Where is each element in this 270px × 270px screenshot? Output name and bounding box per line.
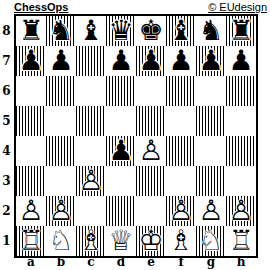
square-f2[interactable]: ♟♙ — [166, 196, 196, 226]
square-g1[interactable]: ♞♘ — [196, 226, 226, 256]
square-a3[interactable] — [16, 166, 46, 196]
white-piece-d1: ♕ — [106, 226, 136, 256]
square-d3[interactable] — [106, 166, 136, 196]
file-label-g: g — [196, 256, 226, 269]
white-r-piece-fill: ♜ — [226, 226, 256, 256]
square-f3[interactable] — [166, 166, 196, 196]
square-g6[interactable] — [196, 76, 226, 106]
square-c7[interactable] — [76, 46, 106, 76]
square-f6[interactable] — [166, 76, 196, 106]
white-n-piece-fill: ♞ — [46, 226, 76, 256]
black-piece-b7: ♟ — [46, 46, 76, 76]
square-h4[interactable] — [226, 136, 256, 166]
square-c2[interactable] — [76, 196, 106, 226]
square-e6[interactable] — [136, 76, 166, 106]
file-label-e: e — [136, 256, 166, 269]
square-h2[interactable]: ♟♙ — [226, 196, 256, 226]
square-a2[interactable]: ♟♙ — [16, 196, 46, 226]
white-p-piece-fill: ♟ — [46, 196, 76, 226]
square-e8[interactable]: ♚ — [136, 16, 166, 46]
black-piece-f7: ♟ — [166, 46, 196, 76]
square-a1[interactable]: ♜♖ — [16, 226, 46, 256]
square-f4[interactable] — [166, 136, 196, 166]
chess-board: ♜♞♝♛♚♝♞♜♟♟♟♟♟♟♟♟♟♙♟♙♟♙♟♙♟♙♟♙♟♙♜♖♞♘♝♗♛♕♚♔… — [14, 14, 258, 258]
square-h3[interactable] — [226, 166, 256, 196]
square-h6[interactable] — [226, 76, 256, 106]
square-e7[interactable]: ♟ — [136, 46, 166, 76]
square-g7[interactable]: ♟ — [196, 46, 226, 76]
square-a6[interactable] — [16, 76, 46, 106]
square-h8[interactable]: ♜ — [226, 16, 256, 46]
white-piece-a2: ♙ — [16, 196, 46, 226]
square-g4[interactable] — [196, 136, 226, 166]
black-piece-d8: ♛ — [106, 16, 136, 46]
square-c1[interactable]: ♝♗ — [76, 226, 106, 256]
square-e4[interactable]: ♟♙ — [136, 136, 166, 166]
square-f8[interactable]: ♝ — [166, 16, 196, 46]
rank-label-2: 2 — [0, 196, 13, 226]
square-e2[interactable] — [136, 196, 166, 226]
square-g5[interactable] — [196, 106, 226, 136]
white-p-piece-fill: ♟ — [226, 196, 256, 226]
square-b4[interactable] — [46, 136, 76, 166]
rank-label-3: 3 — [0, 166, 13, 196]
white-n-piece-fill: ♞ — [196, 226, 226, 256]
black-piece-c8: ♝ — [76, 16, 106, 46]
square-c4[interactable] — [76, 136, 106, 166]
white-piece-e4: ♙ — [136, 136, 166, 166]
white-b-piece-fill: ♝ — [76, 226, 106, 256]
black-piece-f8: ♝ — [166, 16, 196, 46]
file-label-f: f — [166, 256, 196, 269]
file-label-a: a — [16, 256, 46, 269]
square-d5[interactable] — [106, 106, 136, 136]
square-h1[interactable]: ♜♖ — [226, 226, 256, 256]
square-e1[interactable]: ♚♔ — [136, 226, 166, 256]
white-piece-h2: ♙ — [226, 196, 256, 226]
square-f5[interactable] — [166, 106, 196, 136]
square-e3[interactable] — [136, 166, 166, 196]
white-piece-c3: ♙ — [76, 166, 106, 196]
square-a8[interactable]: ♜ — [16, 16, 46, 46]
square-b1[interactable]: ♞♘ — [46, 226, 76, 256]
white-piece-g2: ♙ — [196, 196, 226, 226]
white-piece-f2: ♙ — [166, 196, 196, 226]
square-f1[interactable]: ♝♗ — [166, 226, 196, 256]
square-a4[interactable] — [16, 136, 46, 166]
square-b7[interactable]: ♟ — [46, 46, 76, 76]
white-piece-c1: ♗ — [76, 226, 106, 256]
square-d8[interactable]: ♛ — [106, 16, 136, 46]
white-p-piece-fill: ♟ — [166, 196, 196, 226]
square-a5[interactable] — [16, 106, 46, 136]
white-piece-b2: ♙ — [46, 196, 76, 226]
white-k-piece-fill: ♚ — [136, 226, 166, 256]
black-piece-g7: ♟ — [196, 46, 226, 76]
black-piece-e7: ♟ — [136, 46, 166, 76]
rank-label-8: 8 — [0, 16, 13, 46]
file-label-b: b — [46, 256, 76, 269]
rank-label-4: 4 — [0, 136, 13, 166]
black-piece-e8: ♚ — [136, 16, 166, 46]
square-a7[interactable]: ♟ — [16, 46, 46, 76]
square-b5[interactable] — [46, 106, 76, 136]
square-g2[interactable]: ♟♙ — [196, 196, 226, 226]
black-piece-h7: ♟ — [226, 46, 256, 76]
white-p-piece-fill: ♟ — [136, 136, 166, 166]
white-piece-h1: ♖ — [226, 226, 256, 256]
square-d6[interactable] — [106, 76, 136, 106]
file-label-c: c — [76, 256, 106, 269]
white-q-piece-fill: ♛ — [106, 226, 136, 256]
square-f7[interactable]: ♟ — [166, 46, 196, 76]
credit-link[interactable]: © EUdesign — [208, 1, 267, 13]
rank-label-5: 5 — [0, 106, 13, 136]
white-r-piece-fill: ♜ — [16, 226, 46, 256]
black-piece-h8: ♜ — [226, 16, 256, 46]
square-c6[interactable] — [76, 76, 106, 106]
white-p-piece-fill: ♟ — [16, 196, 46, 226]
white-piece-b1: ♘ — [46, 226, 76, 256]
black-piece-a7: ♟ — [16, 46, 46, 76]
rank-label-7: 7 — [0, 46, 13, 76]
black-piece-d7: ♟ — [106, 46, 136, 76]
square-b6[interactable] — [46, 76, 76, 106]
square-e5[interactable] — [136, 106, 166, 136]
square-c8[interactable]: ♝ — [76, 16, 106, 46]
black-piece-b8: ♞ — [46, 16, 76, 46]
white-piece-a1: ♖ — [16, 226, 46, 256]
white-piece-f1: ♗ — [166, 226, 196, 256]
rank-label-1: 1 — [0, 226, 13, 256]
square-c3[interactable]: ♟♙ — [76, 166, 106, 196]
square-b8[interactable]: ♞ — [46, 16, 76, 46]
square-h5[interactable] — [226, 106, 256, 136]
square-d1[interactable]: ♛♕ — [106, 226, 136, 256]
square-b3[interactable] — [46, 166, 76, 196]
white-piece-e1: ♔ — [136, 226, 166, 256]
square-h7[interactable]: ♟ — [226, 46, 256, 76]
square-b2[interactable]: ♟♙ — [46, 196, 76, 226]
rank-label-6: 6 — [0, 76, 13, 106]
app-title-link[interactable]: ChessOps — [14, 1, 68, 13]
square-g3[interactable] — [196, 166, 226, 196]
square-c5[interactable] — [76, 106, 106, 136]
square-d7[interactable]: ♟ — [106, 46, 136, 76]
black-piece-a8: ♜ — [16, 16, 46, 46]
file-label-d: d — [106, 256, 136, 269]
square-d4[interactable]: ♟ — [106, 136, 136, 166]
white-p-piece-fill: ♟ — [76, 166, 106, 196]
rank-labels: 87654321 — [0, 16, 13, 256]
square-g8[interactable]: ♞ — [196, 16, 226, 46]
black-piece-g8: ♞ — [196, 16, 226, 46]
file-label-h: h — [226, 256, 256, 269]
square-d2[interactable] — [106, 196, 136, 226]
white-b-piece-fill: ♝ — [166, 226, 196, 256]
white-p-piece-fill: ♟ — [196, 196, 226, 226]
white-piece-g1: ♘ — [196, 226, 226, 256]
file-labels: abcdefgh — [16, 256, 256, 269]
black-piece-d4: ♟ — [106, 136, 136, 166]
